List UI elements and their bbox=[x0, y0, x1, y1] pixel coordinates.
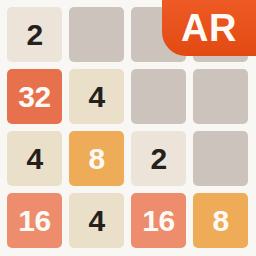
tile-r0c0-value-2: 2 bbox=[7, 7, 62, 62]
tile-r1c3-empty bbox=[193, 69, 248, 124]
tile-r3c0-value-16: 16 bbox=[7, 193, 62, 248]
tile-r1c1-value-4: 4 bbox=[69, 69, 124, 124]
ar-badge-label: AR bbox=[181, 7, 237, 50]
tile-r3c3-value-8: 8 bbox=[193, 193, 248, 248]
tile-r3c2-value-16: 16 bbox=[131, 193, 186, 248]
tile-r2c3-empty bbox=[193, 131, 248, 186]
tile-r2c0-value-4: 4 bbox=[7, 131, 62, 186]
tile-r2c1-value-8: 8 bbox=[69, 131, 124, 186]
tile-r1c2-empty bbox=[131, 69, 186, 124]
ar-badge: AR bbox=[162, 0, 256, 56]
tile-r1c0-value-32: 32 bbox=[7, 69, 62, 124]
tile-r2c2-value-2: 2 bbox=[131, 131, 186, 186]
tile-r0c1-empty bbox=[69, 7, 124, 62]
tile-r3c1-value-4: 4 bbox=[69, 193, 124, 248]
